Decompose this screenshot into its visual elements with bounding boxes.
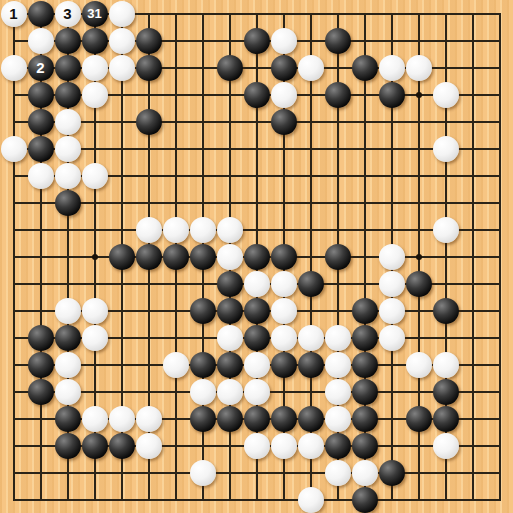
black-stone [55,406,81,432]
white-stone [406,352,432,378]
grid-line-horizontal [13,472,501,474]
white-stone [379,271,405,297]
black-stone [28,325,54,351]
white-stone [1,55,27,81]
white-stone [379,244,405,270]
black-stone [298,352,324,378]
white-stone [325,460,351,486]
black-stone [55,325,81,351]
white-stone [325,406,351,432]
white-stone [298,325,324,351]
black-stone [352,487,378,513]
white-stone [217,244,243,270]
black-stone [28,1,54,27]
white-stone [217,379,243,405]
black-stone [244,82,270,108]
black-stone [28,136,54,162]
black-stone [190,298,216,324]
black-stone [325,244,351,270]
black-stone [28,109,54,135]
white-stone [298,55,324,81]
black-stone [325,28,351,54]
black-stone [109,244,135,270]
white-stone [109,28,135,54]
white-stone [55,298,81,324]
white-stone [271,82,297,108]
black-stone [271,406,297,432]
white-stone [82,325,108,351]
black-stone [433,298,459,324]
black-stone [136,109,162,135]
black-stone [433,406,459,432]
white-stone [109,1,135,27]
black-stone [271,352,297,378]
white-stone [298,433,324,459]
black-stone [298,406,324,432]
white-stone [109,55,135,81]
black-stone [28,379,54,405]
white-stone [190,217,216,243]
white-stone: 3 [55,1,81,27]
white-stone [379,55,405,81]
white-stone [433,136,459,162]
grid-line-vertical [499,13,501,501]
white-stone [433,352,459,378]
move-number-label: 1 [9,6,17,21]
black-stone [28,82,54,108]
white-stone [82,406,108,432]
white-stone [325,379,351,405]
white-stone [163,352,189,378]
white-stone [244,352,270,378]
white-stone [379,298,405,324]
black-stone [244,244,270,270]
black-stone [55,28,81,54]
black-stone [271,109,297,135]
black-stone [352,325,378,351]
white-stone [55,352,81,378]
white-stone [271,433,297,459]
black-stone [82,433,108,459]
black-stone [136,244,162,270]
black-stone [244,325,270,351]
black-stone [325,433,351,459]
white-stone [190,379,216,405]
white-stone [298,487,324,513]
black-stone [298,271,324,297]
white-stone [217,217,243,243]
black-stone [217,352,243,378]
white-stone [82,82,108,108]
black-stone [217,55,243,81]
white-stone [271,298,297,324]
black-stone [217,271,243,297]
white-stone [82,163,108,189]
black-stone [271,244,297,270]
white-stone [271,325,297,351]
black-stone [190,244,216,270]
white-stone [109,406,135,432]
white-stone [28,28,54,54]
black-stone [379,460,405,486]
white-stone [379,325,405,351]
black-stone [352,433,378,459]
black-stone [136,28,162,54]
white-stone [244,271,270,297]
black-stone [190,352,216,378]
white-stone [325,325,351,351]
white-stone [433,433,459,459]
black-stone [55,82,81,108]
move-number-label: 2 [36,60,44,75]
black-stone [244,28,270,54]
white-stone [28,163,54,189]
black-stone [352,379,378,405]
white-stone [136,406,162,432]
black-stone [109,433,135,459]
black-stone [136,55,162,81]
star-point [416,254,422,260]
grid-line-horizontal [13,499,501,501]
white-stone [271,28,297,54]
go-board[interactable]: 13312 [0,0,513,513]
white-stone [352,460,378,486]
black-stone [406,406,432,432]
black-stone [352,298,378,324]
black-stone [163,244,189,270]
white-stone [55,379,81,405]
star-point [416,92,422,98]
white-stone [82,298,108,324]
black-stone [28,352,54,378]
black-stone [244,298,270,324]
white-stone [82,55,108,81]
black-stone [352,352,378,378]
black-stone [433,379,459,405]
black-stone [217,406,243,432]
white-stone [55,136,81,162]
white-stone [271,271,297,297]
black-stone [190,406,216,432]
white-stone [55,109,81,135]
white-stone [55,163,81,189]
white-stone [163,217,189,243]
black-stone [271,55,297,81]
white-stone [325,352,351,378]
black-stone: 31 [82,1,108,27]
black-stone [55,55,81,81]
white-stone [433,82,459,108]
white-stone [1,136,27,162]
move-number-label: 3 [63,6,71,21]
black-stone [217,298,243,324]
white-stone [244,433,270,459]
white-stone [190,460,216,486]
black-stone [379,82,405,108]
grid-line-vertical [472,13,474,501]
star-point [92,254,98,260]
black-stone [352,406,378,432]
black-stone [325,82,351,108]
white-stone [136,433,162,459]
black-stone [406,271,432,297]
black-stone [82,28,108,54]
move-number-label: 31 [87,7,101,20]
white-stone [433,217,459,243]
black-stone [244,406,270,432]
white-stone: 1 [1,1,27,27]
black-stone [352,55,378,81]
white-stone [217,325,243,351]
black-stone: 2 [28,55,54,81]
black-stone [55,433,81,459]
white-stone [406,55,432,81]
black-stone [55,190,81,216]
white-stone [244,379,270,405]
white-stone [136,217,162,243]
